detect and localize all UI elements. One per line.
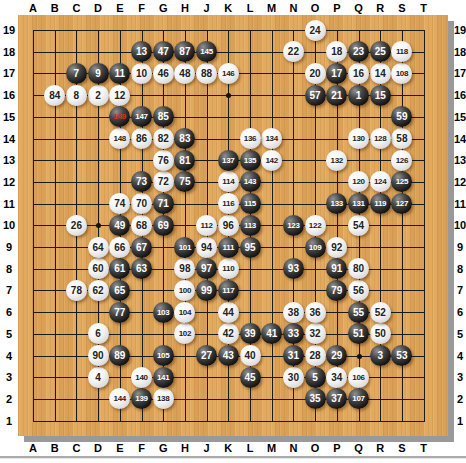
move-number: 148 — [114, 128, 126, 149]
move-number: 87 — [179, 41, 190, 62]
stone-O10[interactable]: 122 — [305, 215, 326, 236]
move-number: 81 — [179, 150, 190, 171]
coordinate-label: P — [333, 442, 340, 454]
move-number: 49 — [114, 215, 125, 236]
stone-D4[interactable]: 90 — [88, 345, 109, 366]
stone-H13[interactable]: 81 — [174, 150, 195, 171]
stone-Q17[interactable]: 16 — [348, 63, 369, 84]
stone-L4[interactable]: 40 — [240, 345, 261, 366]
move-number: 20 — [310, 63, 321, 84]
stone-R16[interactable]: 15 — [370, 85, 391, 106]
move-number: 4 — [95, 367, 101, 388]
stone-E4[interactable]: 89 — [109, 345, 130, 366]
stone-E17[interactable]: 11 — [109, 63, 130, 84]
move-number: 3 — [377, 345, 383, 366]
move-number: 21 — [331, 85, 342, 106]
stone-F2[interactable]: 139 — [131, 388, 152, 409]
stone-S12[interactable]: 125 — [391, 171, 412, 192]
coordinate-label: 10 — [3, 219, 15, 231]
stone-Q8[interactable]: 80 — [348, 258, 369, 279]
stone-P18[interactable]: 18 — [326, 41, 347, 62]
stone-E15[interactable]: 149 — [109, 106, 130, 127]
move-number: 48 — [179, 63, 190, 84]
coordinate-label: 11 — [3, 198, 15, 210]
stone-R18[interactable]: 25 — [370, 41, 391, 62]
stone-H8[interactable]: 98 — [174, 258, 195, 279]
stone-C7[interactable]: 78 — [66, 280, 87, 301]
stone-N5[interactable]: 33 — [283, 323, 304, 344]
coordinate-label: 18 — [3, 46, 15, 58]
move-number: 23 — [353, 41, 364, 62]
stone-O2[interactable]: 35 — [305, 388, 326, 409]
move-number: 32 — [310, 323, 321, 344]
stone-P2[interactable]: 37 — [326, 388, 347, 409]
move-number: 2 — [95, 85, 101, 106]
stone-Q18[interactable]: 23 — [348, 41, 369, 62]
stone-D5[interactable]: 6 — [88, 323, 109, 344]
move-number: 65 — [114, 280, 125, 301]
move-number: 86 — [136, 128, 147, 149]
stone-L3[interactable]: 45 — [240, 367, 261, 388]
stone-H5[interactable]: 102 — [174, 323, 195, 344]
stone-F17[interactable]: 10 — [131, 63, 152, 84]
stone-Q5[interactable]: 51 — [348, 323, 369, 344]
move-number: 67 — [136, 237, 147, 258]
stone-G3[interactable]: 141 — [153, 367, 174, 388]
move-number: 97 — [201, 258, 212, 279]
stone-L5[interactable]: 39 — [240, 323, 261, 344]
stone-F15[interactable]: 147 — [131, 106, 152, 127]
stone-L13[interactable]: 135 — [240, 150, 261, 171]
move-number: 117 — [222, 280, 234, 301]
move-number: 88 — [201, 63, 212, 84]
move-number: 31 — [288, 345, 299, 366]
stone-D7[interactable]: 62 — [88, 280, 109, 301]
stone-Q12[interactable]: 120 — [348, 171, 369, 192]
stone-P11[interactable]: 133 — [326, 193, 347, 214]
stone-L12[interactable]: 143 — [240, 171, 261, 192]
coordinate-label: 5 — [457, 328, 463, 340]
move-number: 89 — [114, 345, 125, 366]
move-number: 111 — [223, 237, 235, 258]
stone-K13[interactable]: 137 — [218, 150, 239, 171]
stone-S18[interactable]: 118 — [391, 41, 412, 62]
move-number: 127 — [396, 193, 408, 214]
move-number: 102 — [179, 323, 191, 344]
go-game-viewer: 1234567891011121314151617182021222324252… — [0, 0, 466, 463]
stone-Q11[interactable]: 131 — [348, 193, 369, 214]
move-number: 118 — [396, 41, 408, 62]
stone-J18[interactable]: 145 — [196, 41, 217, 62]
stone-P13[interactable]: 132 — [326, 150, 347, 171]
stone-H7[interactable]: 100 — [174, 280, 195, 301]
stone-J17[interactable]: 88 — [196, 63, 217, 84]
star-point-Q4 — [357, 354, 362, 359]
stone-P7[interactable]: 79 — [326, 280, 347, 301]
move-number: 104 — [179, 302, 191, 323]
stone-G11[interactable]: 71 — [153, 193, 174, 214]
coordinate-label: O — [311, 442, 320, 454]
move-number: 8 — [74, 85, 80, 106]
move-number: 1 — [356, 85, 362, 106]
stone-G14[interactable]: 82 — [153, 128, 174, 149]
move-number: 76 — [158, 150, 169, 171]
stone-R12[interactable]: 124 — [370, 171, 391, 192]
coordinate-label: 18 — [454, 46, 466, 58]
stone-R6[interactable]: 52 — [370, 302, 391, 323]
move-number: 47 — [158, 41, 169, 62]
coordinate-label: 14 — [454, 133, 466, 145]
stone-G6[interactable]: 103 — [153, 302, 174, 323]
coordinate-label: O — [311, 2, 320, 14]
stone-H12[interactable]: 75 — [174, 171, 195, 192]
stone-O19[interactable]: 24 — [305, 20, 326, 41]
move-number: 92 — [331, 237, 342, 258]
coordinate-label: 3 — [6, 371, 12, 383]
stone-K17[interactable]: 146 — [218, 63, 239, 84]
move-number: 16 — [353, 63, 364, 84]
coordinate-label: J — [204, 442, 210, 454]
move-number: 42 — [223, 323, 234, 344]
stone-H18[interactable]: 87 — [174, 41, 195, 62]
stone-N3[interactable]: 30 — [283, 367, 304, 388]
stone-H14[interactable]: 83 — [174, 128, 195, 149]
move-number: 141 — [157, 367, 169, 388]
stone-O17[interactable]: 20 — [305, 63, 326, 84]
move-number: 27 — [201, 345, 212, 366]
coordinate-label: L — [247, 2, 254, 14]
stone-K6[interactable]: 44 — [218, 302, 239, 323]
move-number: 24 — [310, 20, 321, 41]
move-number: 72 — [158, 171, 169, 192]
move-number: 70 — [136, 193, 147, 214]
stone-E14[interactable]: 148 — [109, 128, 130, 149]
stone-S11[interactable]: 127 — [391, 193, 412, 214]
stone-P4[interactable]: 29 — [326, 345, 347, 366]
stone-L10[interactable]: 113 — [240, 215, 261, 236]
move-number: 133 — [331, 193, 343, 214]
coordinate-label: S — [398, 442, 405, 454]
move-number: 80 — [353, 258, 364, 279]
stone-K9[interactable]: 111 — [218, 237, 239, 258]
move-number: 25 — [375, 41, 386, 62]
move-number: 119 — [374, 193, 386, 214]
go-board[interactable]: 1234567891011121314151617182021222324252… — [18, 15, 448, 436]
stone-J10[interactable]: 112 — [196, 215, 217, 236]
stone-P17[interactable]: 17 — [326, 63, 347, 84]
coordinate-label: 13 — [3, 154, 15, 166]
stone-N18[interactable]: 22 — [283, 41, 304, 62]
stone-M14[interactable]: 134 — [261, 128, 282, 149]
coordinate-label: 3 — [457, 371, 463, 383]
stone-J4[interactable]: 27 — [196, 345, 217, 366]
coordinate-label: A — [29, 442, 37, 454]
move-number: 55 — [353, 302, 364, 323]
stone-G17[interactable]: 46 — [153, 63, 174, 84]
stone-H17[interactable]: 48 — [174, 63, 195, 84]
stone-F3[interactable]: 140 — [131, 367, 152, 388]
coordinate-label: D — [94, 2, 102, 14]
stone-R11[interactable]: 119 — [370, 193, 391, 214]
coordinate-label: 15 — [3, 111, 15, 123]
stone-E8[interactable]: 61 — [109, 258, 130, 279]
stone-L14[interactable]: 136 — [240, 128, 261, 149]
stone-H9[interactable]: 101 — [174, 237, 195, 258]
coordinate-label: K — [224, 442, 232, 454]
move-number: 145 — [200, 41, 212, 62]
stone-E7[interactable]: 65 — [109, 280, 130, 301]
move-number: 85 — [158, 106, 169, 127]
stone-K8[interactable]: 110 — [218, 258, 239, 279]
stone-Q2[interactable]: 107 — [348, 388, 369, 409]
stone-P16[interactable]: 21 — [326, 85, 347, 106]
coordinate-label: 8 — [6, 263, 12, 275]
stone-C17[interactable]: 7 — [66, 63, 87, 84]
coordinate-label: P — [333, 2, 340, 14]
stone-G13[interactable]: 76 — [153, 150, 174, 171]
move-number: 130 — [352, 128, 364, 149]
move-number: 113 — [244, 215, 256, 236]
coordinate-label: A — [29, 2, 37, 14]
coordinate-label: 16 — [454, 89, 466, 101]
coordinate-label: B — [51, 2, 59, 14]
star-point-D10 — [96, 223, 101, 228]
stone-P3[interactable]: 34 — [326, 367, 347, 388]
move-number: 144 — [114, 388, 126, 409]
stone-O3[interactable]: 5 — [305, 367, 326, 388]
coordinate-label: M — [267, 442, 276, 454]
stone-F11[interactable]: 70 — [131, 193, 152, 214]
move-number: 126 — [396, 150, 408, 171]
stone-K5[interactable]: 42 — [218, 323, 239, 344]
stone-S14[interactable]: 58 — [391, 128, 412, 149]
move-number: 33 — [288, 323, 299, 344]
move-number: 143 — [244, 171, 256, 192]
stone-Q6[interactable]: 55 — [348, 302, 369, 323]
stone-J8[interactable]: 97 — [196, 258, 217, 279]
move-number: 98 — [179, 258, 190, 279]
stone-Q16[interactable]: 1 — [348, 85, 369, 106]
stone-F14[interactable]: 86 — [131, 128, 152, 149]
coordinate-label: N — [289, 2, 297, 14]
coordinate-label: R — [376, 2, 384, 14]
stone-B16[interactable]: 84 — [44, 85, 65, 106]
move-number: 13 — [136, 41, 147, 62]
stone-Q7[interactable]: 56 — [348, 280, 369, 301]
coordinate-label: Q — [354, 442, 363, 454]
move-number: 75 — [179, 171, 190, 192]
coordinate-label: D — [94, 442, 102, 454]
stone-G4[interactable]: 105 — [153, 345, 174, 366]
stone-F12[interactable]: 73 — [131, 171, 152, 192]
move-number: 6 — [95, 323, 101, 344]
move-number: 101 — [179, 237, 191, 258]
coordinate-label: 2 — [6, 393, 12, 405]
move-number: 69 — [158, 215, 169, 236]
move-number: 107 — [352, 388, 364, 409]
stone-F18[interactable]: 13 — [131, 41, 152, 62]
stone-C16[interactable]: 8 — [66, 85, 87, 106]
stone-S15[interactable]: 59 — [391, 106, 412, 127]
coordinate-label: S — [398, 2, 405, 14]
move-number: 61 — [114, 258, 125, 279]
stone-S17[interactable]: 108 — [391, 63, 412, 84]
coordinate-label: Q — [354, 2, 363, 14]
move-number: 57 — [310, 85, 321, 106]
stone-K4[interactable]: 43 — [218, 345, 239, 366]
coordinate-label: F — [138, 2, 145, 14]
move-number: 90 — [93, 345, 104, 366]
stone-E6[interactable]: 77 — [109, 302, 130, 323]
move-number: 139 — [135, 388, 147, 409]
stone-D9[interactable]: 64 — [88, 237, 109, 258]
stone-E10[interactable]: 49 — [109, 215, 130, 236]
coordinate-label: L — [247, 442, 254, 454]
stone-F9[interactable]: 67 — [131, 237, 152, 258]
move-number: 73 — [136, 171, 147, 192]
stone-F8[interactable]: 63 — [131, 258, 152, 279]
stone-L11[interactable]: 115 — [240, 193, 261, 214]
stone-J9[interactable]: 94 — [196, 237, 217, 258]
move-number: 74 — [114, 193, 125, 214]
move-number: 28 — [310, 345, 321, 366]
stone-K10[interactable]: 96 — [218, 215, 239, 236]
stone-E16[interactable]: 12 — [109, 85, 130, 106]
move-number: 22 — [288, 41, 299, 62]
stone-Q3[interactable]: 106 — [348, 367, 369, 388]
move-number: 128 — [374, 128, 386, 149]
stone-G12[interactable]: 72 — [153, 171, 174, 192]
star-point-K16 — [226, 93, 231, 98]
move-number: 108 — [396, 63, 408, 84]
stone-P8[interactable]: 91 — [326, 258, 347, 279]
stone-R14[interactable]: 128 — [370, 128, 391, 149]
grid-line-vertical — [424, 30, 425, 422]
stone-N6[interactable]: 38 — [283, 302, 304, 323]
stone-E9[interactable]: 66 — [109, 237, 130, 258]
move-number: 71 — [158, 193, 169, 214]
stone-G10[interactable]: 69 — [153, 215, 174, 236]
coordinate-label: T — [420, 2, 427, 14]
stone-O5[interactable]: 32 — [305, 323, 326, 344]
stone-E2[interactable]: 144 — [109, 388, 130, 409]
move-number: 7 — [74, 63, 80, 84]
move-number: 112 — [201, 215, 213, 236]
coordinate-label: C — [72, 2, 80, 14]
coordinate-label: 1 — [6, 415, 12, 427]
stone-N10[interactable]: 123 — [283, 215, 304, 236]
stone-S4[interactable]: 53 — [391, 345, 412, 366]
stone-O4[interactable]: 28 — [305, 345, 326, 366]
coordinate-label: 7 — [457, 284, 463, 296]
move-number: 100 — [179, 280, 191, 301]
stone-P9[interactable]: 92 — [326, 237, 347, 258]
move-number: 122 — [309, 215, 321, 236]
stone-Q14[interactable]: 130 — [348, 128, 369, 149]
stone-G2[interactable]: 138 — [153, 388, 174, 409]
coordinate-label: T — [420, 442, 427, 454]
stone-N4[interactable]: 31 — [283, 345, 304, 366]
coordinate-label: F — [138, 442, 145, 454]
move-number: 59 — [396, 106, 407, 127]
stone-R17[interactable]: 14 — [370, 63, 391, 84]
stone-D3[interactable]: 4 — [88, 367, 109, 388]
move-number: 146 — [222, 63, 234, 84]
stone-O9[interactable]: 109 — [305, 237, 326, 258]
stone-D8[interactable]: 60 — [88, 258, 109, 279]
stone-K11[interactable]: 116 — [218, 193, 239, 214]
move-number: 95 — [244, 237, 255, 258]
move-number: 78 — [71, 280, 82, 301]
stone-M5[interactable]: 41 — [261, 323, 282, 344]
move-number: 110 — [222, 258, 234, 279]
move-number: 114 — [222, 171, 234, 192]
move-number: 43 — [223, 345, 234, 366]
coordinate-label: 4 — [457, 350, 463, 362]
move-number: 106 — [352, 367, 364, 388]
move-number: 10 — [136, 63, 147, 84]
move-number: 103 — [157, 302, 169, 323]
move-number: 115 — [244, 193, 256, 214]
stone-R4[interactable]: 3 — [370, 345, 391, 366]
stone-J7[interactable]: 99 — [196, 280, 217, 301]
stone-N8[interactable]: 93 — [283, 258, 304, 279]
move-number: 83 — [179, 128, 190, 149]
move-number: 40 — [244, 345, 255, 366]
stone-O16[interactable]: 57 — [305, 85, 326, 106]
stone-Q10[interactable]: 54 — [348, 215, 369, 236]
stone-R5[interactable]: 50 — [370, 323, 391, 344]
coordinate-label: J — [204, 2, 210, 14]
move-number: 60 — [93, 258, 104, 279]
coordinate-label: 9 — [457, 241, 463, 253]
move-number: 99 — [201, 280, 212, 301]
move-number: 53 — [396, 345, 407, 366]
move-number: 46 — [158, 63, 169, 84]
stone-G15[interactable]: 85 — [153, 106, 174, 127]
stone-M13[interactable]: 142 — [261, 150, 282, 171]
move-number: 82 — [158, 128, 169, 149]
move-number: 30 — [288, 367, 299, 388]
stone-O6[interactable]: 36 — [305, 302, 326, 323]
stone-S13[interactable]: 126 — [391, 150, 412, 171]
stone-F10[interactable]: 68 — [131, 215, 152, 236]
stone-G18[interactable]: 47 — [153, 41, 174, 62]
stone-H6[interactable]: 104 — [174, 302, 195, 323]
stone-K12[interactable]: 114 — [218, 171, 239, 192]
stone-L9[interactable]: 95 — [240, 237, 261, 258]
coordinate-label: 2 — [457, 393, 463, 405]
stone-D16[interactable]: 2 — [88, 85, 109, 106]
stone-D17[interactable]: 9 — [88, 63, 109, 84]
move-number: 134 — [265, 128, 277, 149]
move-number: 142 — [265, 150, 277, 171]
coordinate-label: 7 — [6, 284, 12, 296]
grid-line-vertical — [272, 30, 273, 422]
move-number: 54 — [353, 215, 364, 236]
move-number: 124 — [374, 171, 386, 192]
stone-K7[interactable]: 117 — [218, 280, 239, 301]
coordinate-label: 10 — [454, 219, 466, 231]
move-number: 18 — [331, 41, 342, 62]
coordinate-label: 8 — [457, 263, 463, 275]
move-number: 136 — [244, 128, 256, 149]
move-number: 51 — [353, 323, 364, 344]
move-number: 96 — [223, 215, 234, 236]
move-number: 149 — [114, 106, 126, 127]
stone-C10[interactable]: 26 — [66, 215, 87, 236]
stone-E11[interactable]: 74 — [109, 193, 130, 214]
